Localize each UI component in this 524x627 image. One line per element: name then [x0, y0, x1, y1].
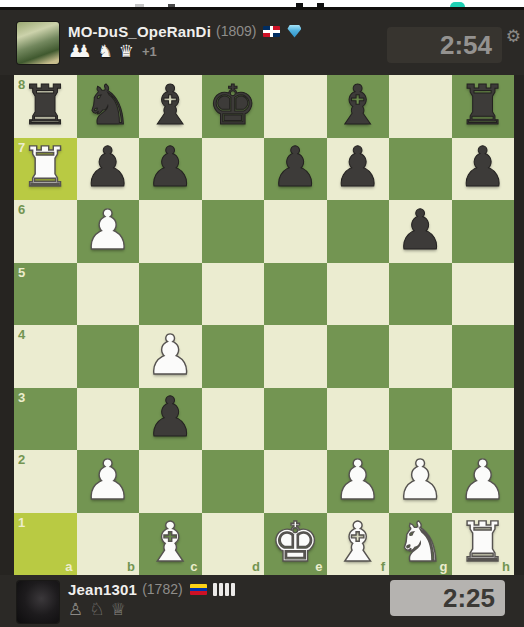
square-e4[interactable]: [264, 325, 327, 388]
square-f2[interactable]: ♟: [327, 450, 390, 513]
bottom-player-rating: (1782): [142, 581, 182, 597]
square-c1[interactable]: c♝: [139, 513, 202, 576]
square-b1[interactable]: b: [77, 513, 140, 576]
square-d1[interactable]: d: [202, 513, 265, 576]
piece-black-pawn[interactable]: ♟: [333, 140, 382, 195]
square-h2[interactable]: ♟: [452, 450, 515, 513]
square-c7[interactable]: ♟: [139, 138, 202, 201]
dominican-republic-flag-icon: [263, 26, 280, 37]
square-b5[interactable]: [77, 263, 140, 326]
bottom-player-bar: Jean1301 (1782) ♙♘♕ 2:25: [0, 575, 524, 627]
square-h3[interactable]: [452, 388, 515, 451]
bottom-player-clock: 2:25: [390, 580, 505, 616]
square-a5[interactable]: 5: [14, 263, 77, 326]
piece-black-rook[interactable]: ♜: [458, 78, 507, 133]
rank-label-4: 4: [18, 327, 25, 342]
square-a2[interactable]: 2: [14, 450, 77, 513]
diamond-membership-icon[interactable]: [287, 25, 301, 38]
piece-black-king[interactable]: ♚: [208, 78, 257, 133]
connection-bar: [231, 583, 235, 596]
piece-white-king[interactable]: ♚: [271, 515, 320, 570]
square-c2[interactable]: [139, 450, 202, 513]
top-captured-pieces: ♟♟♞♛+1: [68, 42, 301, 61]
square-d4[interactable]: [202, 325, 265, 388]
cutoff-ui-fragment: [168, 4, 175, 7]
square-e6[interactable]: [264, 200, 327, 263]
chess-board: 8♜♞♝♚♝♜7♜♟♟♟♟♟6♟♟54♟3♟2♟♟♟♟1abc♝de♚f♝g♞h…: [14, 75, 514, 575]
captured-two-pawns-icon: ♟♟: [68, 43, 91, 60]
cutoff-ui-fragment: [135, 4, 144, 7]
square-f6[interactable]: [327, 200, 390, 263]
chess-game-screen: MO-DuS_OpeRanDi (1809) ♟♟♞♛+1 2:54 ⚙ 8♜♞…: [0, 0, 524, 627]
square-g5[interactable]: [389, 263, 452, 326]
square-f7[interactable]: ♟: [327, 138, 390, 201]
square-c8[interactable]: ♝: [139, 75, 202, 138]
square-b2[interactable]: ♟: [77, 450, 140, 513]
rank-label-1: 1: [18, 515, 25, 530]
file-label-d: d: [252, 559, 260, 574]
square-b6[interactable]: ♟: [77, 200, 140, 263]
rank-label-5: 5: [18, 265, 25, 280]
square-f3[interactable]: [327, 388, 390, 451]
top-player-bar: MO-DuS_OpeRanDi (1809) ♟♟♞♛+1 2:54 ⚙: [0, 10, 524, 75]
piece-black-bishop[interactable]: ♝: [333, 78, 382, 133]
square-e5[interactable]: [264, 263, 327, 326]
captured-queen-icon: ♛: [119, 43, 134, 60]
bottom-player-info: Jean1301 (1782) ♙♘♕: [68, 580, 235, 619]
piece-black-pawn[interactable]: ♟: [396, 203, 445, 258]
bottom-player-name[interactable]: Jean1301: [68, 581, 137, 598]
square-e1[interactable]: e♚: [264, 513, 327, 576]
square-a6[interactable]: 6: [14, 200, 77, 263]
square-e2[interactable]: [264, 450, 327, 513]
venezuela-flag-icon: [190, 584, 207, 595]
bottom-player-avatar[interactable]: [17, 581, 59, 623]
square-f1[interactable]: f♝: [327, 513, 390, 576]
connection-bar: [213, 583, 217, 596]
square-d2[interactable]: [202, 450, 265, 513]
square-e8[interactable]: [264, 75, 327, 138]
piece-white-pawn[interactable]: ♟: [146, 328, 195, 383]
piece-white-pawn[interactable]: ♟: [396, 453, 445, 508]
piece-black-pawn[interactable]: ♟: [146, 390, 195, 445]
square-f4[interactable]: [327, 325, 390, 388]
top-player-avatar[interactable]: [17, 22, 59, 64]
piece-white-rook[interactable]: ♜: [21, 140, 70, 195]
square-g7[interactable]: [389, 138, 452, 201]
rank-label-3: 3: [18, 390, 25, 405]
square-b7[interactable]: ♟: [77, 138, 140, 201]
piece-black-pawn[interactable]: ♟: [83, 140, 132, 195]
square-c5[interactable]: [139, 263, 202, 326]
piece-white-pawn[interactable]: ♟: [458, 453, 507, 508]
square-b8[interactable]: ♞: [77, 75, 140, 138]
cutoff-ui-fragment: [317, 3, 324, 7]
square-g8[interactable]: [389, 75, 452, 138]
square-d7[interactable]: [202, 138, 265, 201]
square-d6[interactable]: [202, 200, 265, 263]
board-area: 8♜♞♝♚♝♜7♜♟♟♟♟♟6♟♟54♟3♟2♟♟♟♟1abc♝de♚f♝g♞h…: [0, 75, 524, 575]
top-player-info: MO-DuS_OpeRanDi (1809) ♟♟♞♛+1: [68, 22, 301, 61]
square-c6[interactable]: [139, 200, 202, 263]
rank-label-2: 2: [18, 452, 25, 467]
square-a8[interactable]: 8♜: [14, 75, 77, 138]
square-d3[interactable]: [202, 388, 265, 451]
square-f8[interactable]: ♝: [327, 75, 390, 138]
square-g6[interactable]: ♟: [389, 200, 452, 263]
rank-label-6: 6: [18, 202, 25, 217]
piece-white-bishop[interactable]: ♝: [333, 515, 382, 570]
piece-white-bishop[interactable]: ♝: [146, 515, 195, 570]
square-h1[interactable]: h♜: [452, 513, 515, 576]
captured-queen-icon: ♕: [111, 601, 126, 618]
cutoff-ui-fragment: [296, 3, 303, 7]
piece-white-knight[interactable]: ♞: [396, 515, 445, 570]
square-h5[interactable]: [452, 263, 515, 326]
top-player-name[interactable]: MO-DuS_OpeRanDi: [68, 23, 211, 40]
bottom-captured-pieces: ♙♘♕: [68, 600, 235, 619]
piece-black-pawn[interactable]: ♟: [146, 140, 195, 195]
square-g1[interactable]: g♞: [389, 513, 452, 576]
square-a1[interactable]: 1a: [14, 513, 77, 576]
piece-black-bishop[interactable]: ♝: [146, 78, 195, 133]
square-a7[interactable]: 7♜: [14, 138, 77, 201]
square-h8[interactable]: ♜: [452, 75, 515, 138]
piece-black-pawn[interactable]: ♟: [458, 140, 507, 195]
captured-knight-icon: ♘: [89, 601, 104, 618]
square-g4[interactable]: [389, 325, 452, 388]
square-g3[interactable]: [389, 388, 452, 451]
square-a4[interactable]: 4: [14, 325, 77, 388]
square-b4[interactable]: [77, 325, 140, 388]
piece-white-pawn[interactable]: ♟: [83, 203, 132, 258]
settings-gear-icon[interactable]: ⚙: [506, 26, 521, 46]
top-player-clock: 2:54: [387, 27, 502, 63]
cutoff-top-strip: [0, 0, 524, 7]
piece-black-knight[interactable]: ♞: [83, 78, 132, 133]
square-h7[interactable]: ♟: [452, 138, 515, 201]
material-advantage: +1: [142, 44, 157, 59]
piece-white-rook[interactable]: ♜: [458, 515, 507, 570]
square-e3[interactable]: [264, 388, 327, 451]
piece-white-pawn[interactable]: ♟: [83, 453, 132, 508]
file-label-a: a: [65, 559, 72, 574]
captured-knight-icon: ♞: [97, 43, 112, 60]
square-d8[interactable]: ♚: [202, 75, 265, 138]
square-h4[interactable]: [452, 325, 515, 388]
square-g2[interactable]: ♟: [389, 450, 452, 513]
connection-bar: [219, 583, 223, 596]
file-label-b: b: [127, 559, 135, 574]
square-d5[interactable]: [202, 263, 265, 326]
top-player-rating: (1809): [216, 23, 256, 39]
captured-pawn-icon: ♙: [68, 601, 83, 618]
square-c3[interactable]: ♟: [139, 388, 202, 451]
square-f5[interactable]: [327, 263, 390, 326]
connection-bar: [225, 583, 229, 596]
piece-black-rook[interactable]: ♜: [21, 78, 70, 133]
square-a3[interactable]: 3: [14, 388, 77, 451]
cutoff-teal-dot: [450, 2, 465, 7]
piece-black-pawn[interactable]: ♟: [271, 140, 320, 195]
square-e7[interactable]: ♟: [264, 138, 327, 201]
connection-strength-icon: [213, 583, 235, 596]
square-c4[interactable]: ♟: [139, 325, 202, 388]
piece-white-pawn[interactable]: ♟: [333, 453, 382, 508]
square-b3[interactable]: [77, 388, 140, 451]
square-h6[interactable]: [452, 200, 515, 263]
